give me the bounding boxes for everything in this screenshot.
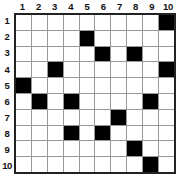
- grid-cell[interactable]: [143, 62, 158, 77]
- grid-cell[interactable]: [143, 78, 158, 93]
- column-label-8: 8: [127, 0, 143, 13]
- grid-cell[interactable]: [95, 31, 110, 46]
- grid-cell[interactable]: [111, 31, 126, 46]
- grid-cell[interactable]: [16, 94, 31, 109]
- puzzle-grid: [14, 13, 176, 174]
- grid-cell[interactable]: [48, 110, 63, 125]
- row-labels: 12345678910: [0, 13, 14, 174]
- grid-cell[interactable]: [127, 110, 142, 125]
- grid-cell[interactable]: [159, 31, 174, 46]
- grid-cell[interactable]: [143, 47, 158, 62]
- grid-cell[interactable]: [32, 47, 47, 62]
- grid-cell[interactable]: [80, 47, 95, 62]
- row-label-8: 8: [0, 126, 14, 142]
- grid-cell[interactable]: [64, 78, 79, 93]
- grid-cell[interactable]: [127, 62, 142, 77]
- grid-cell[interactable]: [16, 62, 31, 77]
- grid-cell[interactable]: [48, 126, 63, 141]
- grid-cell[interactable]: [64, 62, 79, 77]
- grid-cell[interactable]: [80, 94, 95, 109]
- column-label-3: 3: [46, 0, 62, 13]
- row-label-9: 9: [0, 142, 14, 158]
- grid-cell[interactable]: [95, 110, 110, 125]
- grid-cell[interactable]: [159, 78, 174, 93]
- grid-cell[interactable]: [48, 94, 63, 109]
- column-labels: 12345678910: [14, 0, 176, 13]
- grid-cell[interactable]: [80, 31, 95, 46]
- column-label-5: 5: [79, 0, 95, 13]
- grid-cell[interactable]: [127, 126, 142, 141]
- column-label-2: 2: [30, 0, 46, 13]
- row-label-2: 2: [0, 29, 14, 45]
- grid-cell[interactable]: [64, 94, 79, 109]
- grid-cell[interactable]: [95, 47, 110, 62]
- grid-cell[interactable]: [48, 47, 63, 62]
- grid-cell[interactable]: [64, 31, 79, 46]
- column-label-6: 6: [95, 0, 111, 13]
- grid-cell[interactable]: [32, 78, 47, 93]
- grid-cell[interactable]: [16, 110, 31, 125]
- grid-cell[interactable]: [159, 126, 174, 141]
- grid-cell[interactable]: [16, 78, 31, 93]
- grid-cell[interactable]: [16, 126, 31, 141]
- grid-cell[interactable]: [64, 126, 79, 141]
- grid-cell[interactable]: [95, 62, 110, 77]
- grid-cell[interactable]: [64, 157, 79, 172]
- grid-cell[interactable]: [111, 78, 126, 93]
- grid-cell[interactable]: [159, 15, 174, 30]
- grid-cell[interactable]: [127, 47, 142, 62]
- grid-cell[interactable]: [48, 141, 63, 156]
- row-label-10: 10: [0, 158, 14, 174]
- grid-cell[interactable]: [111, 157, 126, 172]
- grid-cell[interactable]: [127, 31, 142, 46]
- grid-cell[interactable]: [127, 94, 142, 109]
- grid-cell[interactable]: [16, 157, 31, 172]
- grid-cell[interactable]: [143, 94, 158, 109]
- grid-cell[interactable]: [159, 62, 174, 77]
- grid-cell[interactable]: [159, 94, 174, 109]
- grid-cell[interactable]: [32, 62, 47, 77]
- grid-cell[interactable]: [80, 15, 95, 30]
- grid-cell[interactable]: [32, 141, 47, 156]
- grid-cell[interactable]: [32, 157, 47, 172]
- grid-cell[interactable]: [32, 126, 47, 141]
- row-label-4: 4: [0, 61, 14, 77]
- row-label-7: 7: [0, 110, 14, 126]
- grid-cell[interactable]: [127, 78, 142, 93]
- grid-cell[interactable]: [159, 47, 174, 62]
- grid-cell[interactable]: [111, 94, 126, 109]
- column-label-1: 1: [14, 0, 30, 13]
- grid-cell[interactable]: [95, 94, 110, 109]
- grid-cell[interactable]: [95, 157, 110, 172]
- grid-cell[interactable]: [32, 110, 47, 125]
- grid-cell[interactable]: [143, 110, 158, 125]
- grid-cell[interactable]: [111, 126, 126, 141]
- grid-cell[interactable]: [16, 141, 31, 156]
- grid-cell[interactable]: [48, 15, 63, 30]
- row-label-1: 1: [0, 13, 14, 29]
- grid-cell[interactable]: [80, 126, 95, 141]
- grid-cell[interactable]: [64, 141, 79, 156]
- grid-cell[interactable]: [80, 62, 95, 77]
- grid-cell[interactable]: [111, 62, 126, 77]
- grid-cell[interactable]: [48, 62, 63, 77]
- grid-cell[interactable]: [32, 94, 47, 109]
- grid-cell[interactable]: [159, 141, 174, 156]
- grid-cell[interactable]: [111, 141, 126, 156]
- grid-cell[interactable]: [111, 15, 126, 30]
- grid-cell[interactable]: [159, 157, 174, 172]
- grid-cell[interactable]: [16, 15, 31, 30]
- grid-cell[interactable]: [95, 126, 110, 141]
- grid-cell[interactable]: [127, 141, 142, 156]
- grid-cell[interactable]: [64, 15, 79, 30]
- grid-cell[interactable]: [143, 157, 158, 172]
- grid-cell[interactable]: [95, 78, 110, 93]
- grid-cell[interactable]: [64, 110, 79, 125]
- row-label-3: 3: [0, 45, 14, 61]
- grid-cell[interactable]: [143, 31, 158, 46]
- column-label-7: 7: [111, 0, 127, 13]
- grid-cell[interactable]: [95, 15, 110, 30]
- column-label-4: 4: [63, 0, 79, 13]
- puzzle-board: 12345678910 12345678910: [0, 0, 180, 177]
- grid-cell[interactable]: [48, 78, 63, 93]
- column-label-9: 9: [144, 0, 160, 13]
- grid-cell[interactable]: [16, 47, 31, 62]
- grid-cell[interactable]: [95, 141, 110, 156]
- grid-cell[interactable]: [48, 31, 63, 46]
- row-label-6: 6: [0, 94, 14, 110]
- grid-cell[interactable]: [127, 157, 142, 172]
- grid-cell[interactable]: [80, 110, 95, 125]
- grid-cell[interactable]: [80, 157, 95, 172]
- grid-cell[interactable]: [16, 31, 31, 46]
- column-label-10: 10: [160, 0, 176, 13]
- grid-cell[interactable]: [80, 141, 95, 156]
- grid-cell[interactable]: [143, 15, 158, 30]
- grid-cell[interactable]: [111, 47, 126, 62]
- grid-cell[interactable]: [48, 157, 63, 172]
- grid-cell[interactable]: [64, 47, 79, 62]
- row-label-5: 5: [0, 77, 14, 93]
- grid-cell[interactable]: [111, 110, 126, 125]
- grid-cell[interactable]: [80, 78, 95, 93]
- grid-cell[interactable]: [143, 126, 158, 141]
- grid-cell[interactable]: [32, 31, 47, 46]
- grid-cell[interactable]: [32, 15, 47, 30]
- grid-cell[interactable]: [143, 141, 158, 156]
- grid-cell[interactable]: [127, 15, 142, 30]
- grid-cell[interactable]: [159, 110, 174, 125]
